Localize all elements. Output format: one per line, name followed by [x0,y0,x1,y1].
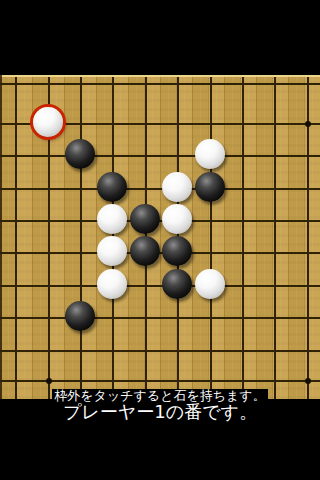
black-stone [130,236,160,266]
white-stone [195,139,225,169]
star-point [305,121,311,127]
grid-hline [0,155,320,157]
star-point [46,378,52,384]
grid-hline [0,220,320,222]
white-stone [195,269,225,299]
turn-message-row: プレーヤー1の番です。 [0,402,320,422]
white-stone-last-move [33,107,63,137]
grid-hline [0,317,320,319]
white-stone [162,204,192,234]
grid-hline [0,350,320,352]
goban-board[interactable] [0,75,320,399]
turn-message: プレーヤー1の番です。 [63,402,257,422]
black-stone [65,139,95,169]
white-stone [162,172,192,202]
grid-hline [0,83,320,85]
black-stone [65,301,95,331]
black-stone [162,236,192,266]
grid-hline [0,285,320,287]
black-stone [97,172,127,202]
app-screen: 枠外をタッチすると石を持ちます。 プレーヤー1の番です。 [0,0,320,480]
white-stone [97,204,127,234]
grid-hline [0,252,320,254]
white-stone [97,269,127,299]
white-stone [97,236,127,266]
black-stone [130,204,160,234]
star-point [305,378,311,384]
grid-hline [0,188,320,190]
black-stone [195,172,225,202]
black-stone [162,269,192,299]
